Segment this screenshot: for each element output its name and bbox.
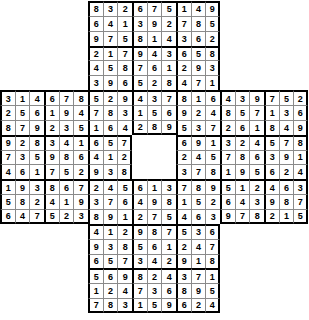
- outside-cell: [279, 60, 294, 75]
- cell-r9c5: 1: [73, 135, 88, 150]
- cell-r8c15: 2: [220, 120, 235, 135]
- cell-r7c12: 9: [176, 105, 191, 120]
- cell-r3c13: 5: [191, 46, 206, 61]
- cell-r20c11: 9: [161, 298, 176, 313]
- cell-r6c14: 6: [205, 90, 220, 105]
- cell-r13c10: 9: [147, 194, 162, 209]
- cell-r7c14: 4: [205, 105, 220, 120]
- center-hole-cell: [161, 135, 176, 150]
- cell-r14c19: 1: [279, 209, 294, 224]
- cell-r14c9: 2: [132, 209, 147, 224]
- cell-r13c13: 5: [191, 194, 206, 209]
- cell-r4c10: 6: [147, 60, 162, 75]
- cell-r5c10: 2: [147, 75, 162, 90]
- cell-r2c10: 1: [147, 31, 162, 46]
- cell-r3c10: 4: [147, 46, 162, 61]
- cell-r4c7: 5: [103, 60, 118, 75]
- cell-r1c9: 3: [132, 16, 147, 31]
- cell-r10c5: 6: [73, 150, 88, 165]
- cell-r9c18: 5: [264, 135, 279, 150]
- outside-cell: [235, 254, 250, 269]
- cell-r15c10: 8: [147, 224, 162, 239]
- outside-cell: [293, 239, 308, 254]
- cell-r15c8: 2: [117, 224, 132, 239]
- cell-r7c11: 6: [161, 105, 176, 120]
- cell-r5c9: 5: [132, 75, 147, 90]
- outside-cell: [279, 31, 294, 46]
- cell-r12c0: 1: [0, 179, 15, 194]
- outside-cell: [279, 75, 294, 90]
- cell-r4c13: 9: [191, 60, 206, 75]
- outside-cell: [44, 31, 59, 46]
- outside-cell: [73, 46, 88, 61]
- cell-r16c13: 4: [191, 239, 206, 254]
- cell-r10c7: 1: [103, 150, 118, 165]
- cell-r2c6: 9: [88, 31, 103, 46]
- cell-r0c9: 6: [132, 1, 147, 16]
- outside-cell: [235, 268, 250, 283]
- cell-r9c0: 9: [0, 135, 15, 150]
- cell-r13c2: 2: [29, 194, 44, 209]
- outside-cell: [73, 283, 88, 298]
- cell-r17c14: 8: [205, 254, 220, 269]
- cell-r2c12: 3: [176, 31, 191, 46]
- cell-r13c16: 4: [235, 194, 250, 209]
- cell-r8c11: 9: [161, 120, 176, 135]
- outside-cell: [0, 283, 15, 298]
- cell-r12c2: 3: [29, 179, 44, 194]
- cell-r9c20: 8: [293, 135, 308, 150]
- cell-r19c11: 6: [161, 283, 176, 298]
- outside-cell: [15, 239, 30, 254]
- cell-r6c15: 4: [220, 90, 235, 105]
- outside-cell: [59, 283, 74, 298]
- cell-r4c8: 8: [117, 60, 132, 75]
- cell-r19c12: 8: [176, 283, 191, 298]
- outside-cell: [235, 16, 250, 31]
- outside-cell: [44, 239, 59, 254]
- cell-r2c8: 5: [117, 31, 132, 46]
- outside-cell: [73, 60, 88, 75]
- cell-r13c14: 2: [205, 194, 220, 209]
- outside-cell: [44, 224, 59, 239]
- cell-r11c2: 1: [29, 164, 44, 179]
- cell-r19c13: 9: [191, 283, 206, 298]
- outside-cell: [279, 268, 294, 283]
- cell-r3c14: 8: [205, 46, 220, 61]
- cell-r20c9: 1: [132, 298, 147, 313]
- cell-r5c13: 7: [191, 75, 206, 90]
- cell-r12c16: 1: [235, 179, 250, 194]
- cell-r13c6: 3: [88, 194, 103, 209]
- cell-r2c9: 8: [132, 31, 147, 46]
- cell-r17c7: 5: [103, 254, 118, 269]
- outside-cell: [264, 268, 279, 283]
- outside-cell: [59, 46, 74, 61]
- cell-r8c18: 8: [264, 120, 279, 135]
- cell-r4c11: 1: [161, 60, 176, 75]
- cell-r7c2: 6: [29, 105, 44, 120]
- cell-r10c6: 4: [88, 150, 103, 165]
- cell-r5c6: 3: [88, 75, 103, 90]
- cell-r3c11: 3: [161, 46, 176, 61]
- outside-cell: [0, 1, 15, 16]
- cell-r17c12: 9: [176, 254, 191, 269]
- cell-r10c4: 8: [59, 150, 74, 165]
- outside-cell: [293, 75, 308, 90]
- outside-cell: [29, 46, 44, 61]
- cell-r8c4: 3: [59, 120, 74, 135]
- outside-cell: [0, 16, 15, 31]
- outside-cell: [264, 224, 279, 239]
- outside-cell: [59, 1, 74, 16]
- cell-r18c7: 6: [103, 268, 118, 283]
- cell-r10c2: 5: [29, 150, 44, 165]
- outside-cell: [235, 298, 250, 313]
- cell-r11c5: 2: [73, 164, 88, 179]
- cell-r7c8: 3: [117, 105, 132, 120]
- cell-r4c14: 3: [205, 60, 220, 75]
- cell-r3c8: 7: [117, 46, 132, 61]
- center-hole-cell: [161, 164, 176, 179]
- outside-cell: [15, 268, 30, 283]
- cell-r12c18: 4: [264, 179, 279, 194]
- outside-cell: [249, 46, 264, 61]
- cell-r7c20: 6: [293, 105, 308, 120]
- cell-r14c7: 9: [103, 209, 118, 224]
- cell-r9c3: 3: [44, 135, 59, 150]
- cell-r8c9: 2: [132, 120, 147, 135]
- center-hole-cell: [161, 150, 176, 165]
- outside-cell: [235, 75, 250, 90]
- cell-r17c9: 3: [132, 254, 147, 269]
- cell-r18c10: 2: [147, 268, 162, 283]
- cell-r8c8: 4: [117, 120, 132, 135]
- cell-r6c19: 5: [279, 90, 294, 105]
- cell-r17c10: 4: [147, 254, 162, 269]
- cell-r15c14: 6: [205, 224, 220, 239]
- outside-cell: [0, 60, 15, 75]
- cell-r11c16: 9: [235, 164, 250, 179]
- outside-cell: [220, 224, 235, 239]
- cell-r16c7: 3: [103, 239, 118, 254]
- cell-r9c16: 2: [235, 135, 250, 150]
- cell-r11c6: 9: [88, 164, 103, 179]
- outside-cell: [29, 31, 44, 46]
- cell-r13c9: 4: [132, 194, 147, 209]
- cell-r3c7: 1: [103, 46, 118, 61]
- cell-r13c3: 4: [44, 194, 59, 209]
- outside-cell: [220, 75, 235, 90]
- cell-r11c14: 8: [205, 164, 220, 179]
- cell-r19c8: 4: [117, 283, 132, 298]
- cell-r18c9: 8: [132, 268, 147, 283]
- cell-r15c13: 3: [191, 224, 206, 239]
- cell-r18c6: 5: [88, 268, 103, 283]
- outside-cell: [29, 239, 44, 254]
- cell-r6c2: 4: [29, 90, 44, 105]
- outside-cell: [73, 1, 88, 16]
- cell-r2c14: 2: [205, 31, 220, 46]
- cell-r14c0: 6: [0, 209, 15, 224]
- cell-r0c13: 4: [191, 1, 206, 16]
- cell-r6c1: 1: [15, 90, 30, 105]
- cell-r9c2: 8: [29, 135, 44, 150]
- center-hole-cell: [132, 135, 147, 150]
- cell-r7c3: 1: [44, 105, 59, 120]
- cell-r11c15: 1: [220, 164, 235, 179]
- outside-cell: [44, 254, 59, 269]
- outside-cell: [249, 283, 264, 298]
- cell-r20c12: 6: [176, 298, 191, 313]
- outside-cell: [293, 254, 308, 269]
- cell-r20c13: 2: [191, 298, 206, 313]
- cell-r10c18: 3: [264, 150, 279, 165]
- cell-r19c14: 5: [205, 283, 220, 298]
- cell-r9c4: 4: [59, 135, 74, 150]
- cell-r9c15: 3: [220, 135, 235, 150]
- cell-r10c3: 9: [44, 150, 59, 165]
- outside-cell: [15, 31, 30, 46]
- cell-r10c20: 1: [293, 150, 308, 165]
- outside-cell: [264, 298, 279, 313]
- cell-r12c20: 3: [293, 179, 308, 194]
- cell-r18c14: 1: [205, 268, 220, 283]
- cell-r19c9: 7: [132, 283, 147, 298]
- outside-cell: [73, 224, 88, 239]
- cell-r0c12: 1: [176, 1, 191, 16]
- outside-cell: [279, 239, 294, 254]
- outside-cell: [29, 16, 44, 31]
- outside-cell: [220, 1, 235, 16]
- cell-r7c15: 8: [220, 105, 235, 120]
- outside-cell: [59, 16, 74, 31]
- cell-r3c6: 2: [88, 46, 103, 61]
- cell-r8c17: 1: [249, 120, 264, 135]
- cell-r10c1: 3: [15, 150, 30, 165]
- outside-cell: [59, 298, 74, 313]
- cell-r13c15: 6: [220, 194, 235, 209]
- cell-r5c11: 8: [161, 75, 176, 90]
- cell-r1c13: 8: [191, 16, 206, 31]
- cell-r0c14: 9: [205, 1, 220, 16]
- cell-r13c17: 3: [249, 194, 264, 209]
- cell-r11c4: 5: [59, 164, 74, 179]
- cell-r9c7: 5: [103, 135, 118, 150]
- outside-cell: [15, 283, 30, 298]
- cell-r14c17: 8: [249, 209, 264, 224]
- outside-cell: [249, 298, 264, 313]
- cell-r5c14: 1: [205, 75, 220, 90]
- cell-r8c13: 3: [191, 120, 206, 135]
- outside-cell: [29, 75, 44, 90]
- outside-cell: [0, 224, 15, 239]
- cell-r14c2: 7: [29, 209, 44, 224]
- outside-cell: [264, 254, 279, 269]
- outside-cell: [220, 268, 235, 283]
- cell-r6c6: 5: [88, 90, 103, 105]
- cell-r10c19: 9: [279, 150, 294, 165]
- outside-cell: [44, 16, 59, 31]
- cell-r7c17: 7: [249, 105, 264, 120]
- cell-r1c14: 5: [205, 16, 220, 31]
- cell-r2c13: 6: [191, 31, 206, 46]
- cell-r1c8: 1: [117, 16, 132, 31]
- cell-r11c1: 6: [15, 164, 30, 179]
- outside-cell: [293, 31, 308, 46]
- cell-r12c17: 2: [249, 179, 264, 194]
- center-hole-cell: [132, 164, 147, 179]
- outside-cell: [264, 75, 279, 90]
- cell-r13c8: 6: [117, 194, 132, 209]
- cell-r13c18: 9: [264, 194, 279, 209]
- cell-r15c9: 9: [132, 224, 147, 239]
- cell-r11c12: 3: [176, 164, 191, 179]
- outside-cell: [235, 283, 250, 298]
- outside-cell: [279, 46, 294, 61]
- cell-r8c1: 7: [15, 120, 30, 135]
- cell-r17c11: 2: [161, 254, 176, 269]
- cell-r20c14: 4: [205, 298, 220, 313]
- cell-r18c8: 9: [117, 268, 132, 283]
- outside-cell: [249, 224, 264, 239]
- outside-cell: [279, 1, 294, 16]
- outside-cell: [59, 31, 74, 46]
- cell-r9c12: 6: [176, 135, 191, 150]
- cell-r16c10: 6: [147, 239, 162, 254]
- outside-cell: [44, 268, 59, 283]
- cell-r18c13: 7: [191, 268, 206, 283]
- cell-r9c19: 7: [279, 135, 294, 150]
- outside-cell: [29, 60, 44, 75]
- outside-cell: [0, 254, 15, 269]
- cell-r15c12: 5: [176, 224, 191, 239]
- cell-r1c11: 2: [161, 16, 176, 31]
- outside-cell: [73, 268, 88, 283]
- cell-r14c1: 4: [15, 209, 30, 224]
- cell-r6c4: 7: [59, 90, 74, 105]
- outside-cell: [29, 1, 44, 16]
- outside-cell: [73, 239, 88, 254]
- outside-cell: [293, 60, 308, 75]
- outside-cell: [0, 239, 15, 254]
- cell-r11c7: 3: [103, 164, 118, 179]
- cell-r12c14: 9: [205, 179, 220, 194]
- outside-cell: [0, 298, 15, 313]
- cell-r9c1: 2: [15, 135, 30, 150]
- outside-cell: [220, 46, 235, 61]
- outside-cell: [235, 46, 250, 61]
- cell-r7c13: 2: [191, 105, 206, 120]
- outside-cell: [220, 60, 235, 75]
- outside-cell: [279, 254, 294, 269]
- outside-cell: [15, 75, 30, 90]
- cell-r16c9: 5: [132, 239, 147, 254]
- cell-r15c11: 7: [161, 224, 176, 239]
- cell-r14c15: 9: [220, 209, 235, 224]
- cell-r12c8: 5: [117, 179, 132, 194]
- cell-r10c8: 2: [117, 150, 132, 165]
- cell-r16c14: 7: [205, 239, 220, 254]
- cell-r6c18: 7: [264, 90, 279, 105]
- cell-r14c11: 5: [161, 209, 176, 224]
- cell-r8c10: 8: [147, 120, 162, 135]
- cell-r15c6: 4: [88, 224, 103, 239]
- cell-r12c6: 2: [88, 179, 103, 194]
- outside-cell: [44, 60, 59, 75]
- cell-r17c13: 1: [191, 254, 206, 269]
- cell-r8c2: 9: [29, 120, 44, 135]
- outside-cell: [0, 75, 15, 90]
- cell-r18c11: 4: [161, 268, 176, 283]
- outside-cell: [249, 31, 264, 46]
- outside-cell: [59, 60, 74, 75]
- outside-cell: [220, 16, 235, 31]
- cell-r11c19: 2: [279, 164, 294, 179]
- cell-r13c5: 9: [73, 194, 88, 209]
- cell-r12c19: 6: [279, 179, 294, 194]
- cell-r8c3: 2: [44, 120, 59, 135]
- cell-r11c20: 4: [293, 164, 308, 179]
- outside-cell: [59, 254, 74, 269]
- sohei-sudoku-board: 8326751496413927859758143622179436584587…: [0, 1, 308, 313]
- cell-r6c17: 9: [249, 90, 264, 105]
- cell-r12c4: 6: [59, 179, 74, 194]
- outside-cell: [279, 224, 294, 239]
- outside-cell: [44, 1, 59, 16]
- cell-r13c0: 5: [0, 194, 15, 209]
- outside-cell: [279, 16, 294, 31]
- outside-cell: [44, 75, 59, 90]
- outside-cell: [15, 254, 30, 269]
- outside-cell: [293, 283, 308, 298]
- outside-cell: [249, 75, 264, 90]
- cell-r6c3: 6: [44, 90, 59, 105]
- outside-cell: [279, 283, 294, 298]
- outside-cell: [15, 224, 30, 239]
- cell-r7c18: 1: [264, 105, 279, 120]
- cell-r8c5: 5: [73, 120, 88, 135]
- outside-cell: [220, 283, 235, 298]
- outside-cell: [29, 268, 44, 283]
- cell-r17c8: 7: [117, 254, 132, 269]
- cell-r7c19: 3: [279, 105, 294, 120]
- cell-r12c7: 4: [103, 179, 118, 194]
- cell-r0c11: 5: [161, 1, 176, 16]
- cell-r2c11: 4: [161, 31, 176, 46]
- outside-cell: [264, 46, 279, 61]
- outside-cell: [15, 298, 30, 313]
- center-hole-cell: [132, 150, 147, 165]
- center-hole-cell: [147, 135, 162, 150]
- cell-r6c13: 1: [191, 90, 206, 105]
- outside-cell: [235, 224, 250, 239]
- cell-r12c3: 8: [44, 179, 59, 194]
- cell-r9c17: 4: [249, 135, 264, 150]
- cell-r1c7: 4: [103, 16, 118, 31]
- cell-r13c11: 8: [161, 194, 176, 209]
- outside-cell: [235, 60, 250, 75]
- cell-r14c4: 2: [59, 209, 74, 224]
- cell-r10c15: 7: [220, 150, 235, 165]
- cell-r12c1: 9: [15, 179, 30, 194]
- outside-cell: [59, 224, 74, 239]
- outside-cell: [249, 1, 264, 16]
- cell-r12c9: 6: [132, 179, 147, 194]
- cell-r13c4: 1: [59, 194, 74, 209]
- cell-r7c5: 4: [73, 105, 88, 120]
- cell-r6c12: 8: [176, 90, 191, 105]
